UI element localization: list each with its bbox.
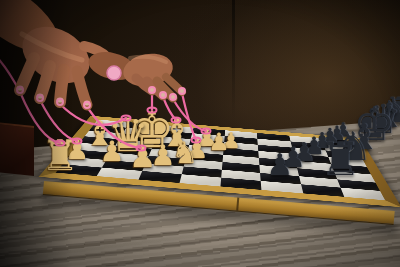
- white-rook: ♜: [41, 135, 79, 177]
- white-knight: ♞: [172, 138, 199, 168]
- pieces-layer: ♜♞♝♛♟♟♚♟♝♟♝♟♟♟♚♝♛♟♟♟♟♟♞♞♟♟♟♜♟♜: [0, 0, 400, 267]
- black-rook: ♜: [319, 136, 360, 182]
- white-pawn: ♟: [99, 138, 124, 166]
- black-pawn: ♟: [267, 150, 294, 180]
- puppet-chess-photo: ♜♞♝♛♟♟♚♟♝♟♝♟♟♟♚♝♛♟♟♟♟♟♞♞♟♟♟♜♟♜: [0, 0, 400, 267]
- white-pawn: ♟: [208, 130, 230, 154]
- white-pawn: ♟: [130, 142, 157, 172]
